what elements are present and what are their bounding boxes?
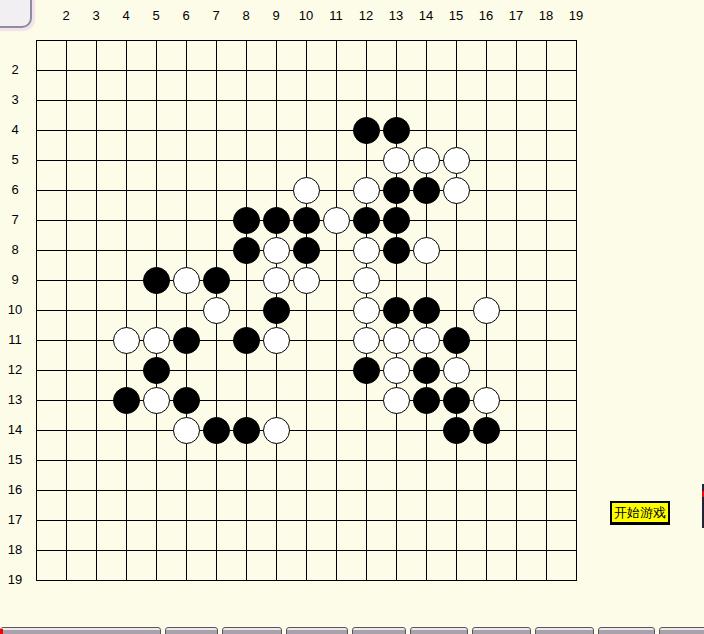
white-stone	[413, 237, 440, 264]
column-label: 18	[531, 8, 561, 23]
black-stone	[413, 357, 440, 384]
black-stone	[443, 327, 470, 354]
column-label: 19	[561, 8, 591, 23]
black-stone	[293, 237, 320, 264]
black-stone	[473, 417, 500, 444]
white-stone	[413, 147, 440, 174]
white-stone	[293, 267, 320, 294]
white-stone	[203, 297, 230, 324]
white-stone	[353, 327, 380, 354]
taskbar-button[interactable]	[410, 627, 468, 634]
column-label: 15	[441, 8, 471, 23]
white-stone	[143, 387, 170, 414]
white-stone	[173, 267, 200, 294]
game-board[interactable]	[36, 40, 577, 581]
black-stone	[263, 297, 290, 324]
black-stone	[383, 297, 410, 324]
white-stone	[173, 417, 200, 444]
white-stone	[263, 267, 290, 294]
black-stone	[413, 387, 440, 414]
column-label: 12	[351, 8, 381, 23]
taskbar-button[interactable]	[222, 627, 282, 634]
black-stone	[143, 357, 170, 384]
taskbar-button[interactable]	[598, 627, 655, 634]
column-label: 3	[81, 8, 111, 23]
column-label: 7	[201, 8, 231, 23]
column-label: 4	[111, 8, 141, 23]
white-stone	[263, 327, 290, 354]
black-stone	[443, 417, 470, 444]
black-stone	[143, 267, 170, 294]
black-stone	[353, 117, 380, 144]
column-label: 10	[291, 8, 321, 23]
white-stone	[353, 297, 380, 324]
column-label: 13	[381, 8, 411, 23]
white-stone	[413, 327, 440, 354]
black-stone	[233, 237, 260, 264]
black-stone	[443, 387, 470, 414]
column-label: 6	[171, 8, 201, 23]
taskbar-button[interactable]	[472, 627, 531, 634]
black-stone	[353, 207, 380, 234]
white-stone	[383, 357, 410, 384]
taskbar[interactable]	[0, 627, 704, 634]
stones-layer	[21, 25, 591, 595]
column-label: 14	[411, 8, 441, 23]
black-stone	[173, 327, 200, 354]
black-stone	[293, 207, 320, 234]
black-stone	[383, 117, 410, 144]
column-label: 5	[141, 8, 171, 23]
white-stone	[473, 387, 500, 414]
black-stone	[383, 177, 410, 204]
white-stone	[473, 297, 500, 324]
white-stone	[353, 177, 380, 204]
column-label: 17	[501, 8, 531, 23]
column-label: 16	[471, 8, 501, 23]
white-stone	[263, 237, 290, 264]
taskbar-button[interactable]	[352, 627, 406, 634]
screen-edge-artifact	[0, 629, 3, 634]
start-game-button[interactable]: 开始游戏	[610, 501, 670, 525]
column-label: 8	[231, 8, 261, 23]
black-stone	[203, 417, 230, 444]
partial-window-corner	[0, 0, 32, 28]
black-stone	[383, 237, 410, 264]
black-stone	[383, 207, 410, 234]
taskbar-button[interactable]	[165, 627, 218, 634]
black-stone	[173, 387, 200, 414]
white-stone	[323, 207, 350, 234]
column-label: 11	[321, 8, 351, 23]
white-stone	[443, 177, 470, 204]
black-stone	[233, 327, 260, 354]
white-stone	[263, 417, 290, 444]
white-stone	[443, 147, 470, 174]
black-stone	[203, 267, 230, 294]
white-stone	[353, 237, 380, 264]
black-stone	[113, 387, 140, 414]
white-stone	[353, 267, 380, 294]
black-stone	[413, 177, 440, 204]
white-stone	[143, 327, 170, 354]
column-label: 9	[261, 8, 291, 23]
white-stone	[443, 357, 470, 384]
taskbar-button[interactable]	[0, 627, 161, 634]
black-stone	[413, 297, 440, 324]
black-stone	[353, 357, 380, 384]
column-label: 2	[51, 8, 81, 23]
white-stone	[383, 327, 410, 354]
white-stone	[293, 177, 320, 204]
white-stone	[113, 327, 140, 354]
black-stone	[263, 207, 290, 234]
taskbar-button[interactable]	[286, 627, 348, 634]
taskbar-button[interactable]	[659, 627, 704, 634]
white-stone	[383, 387, 410, 414]
black-stone	[233, 417, 260, 444]
black-stone	[233, 207, 260, 234]
taskbar-button[interactable]	[535, 627, 594, 634]
white-stone	[383, 147, 410, 174]
